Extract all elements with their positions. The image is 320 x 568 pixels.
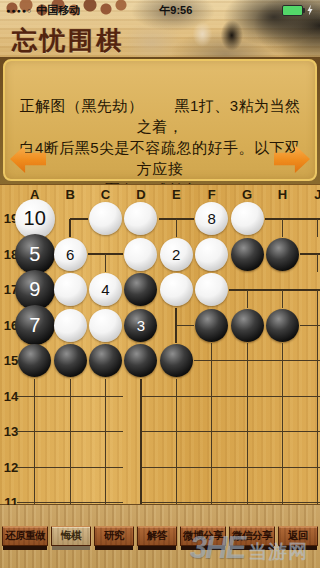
move-number: 10 [24,207,46,230]
point-A16[interactable] [123,414,158,450]
point-E15[interactable] [265,450,300,486]
point-J18[interactable] [88,379,123,415]
point-E16[interactable] [265,414,300,450]
toolbar-button-back[interactable]: 返回 [278,526,318,546]
column-label-E: E [159,188,194,202]
point-H17[interactable] [52,414,87,450]
toolbar-button-answer[interactable]: 解答 [137,526,177,546]
row-label-13: 13 [0,414,22,450]
point-J17[interactable] [88,414,123,450]
point-F16[interactable] [300,414,320,450]
stone-A16: 7 [15,305,55,345]
stone-G18 [231,238,264,271]
column-label-C: C [88,188,123,202]
stone-H18 [266,238,299,271]
point-A18[interactable] [159,308,194,344]
point-F15[interactable] [300,450,320,486]
point-B16[interactable] [159,414,194,450]
point-B15[interactable] [159,450,194,486]
carrier-label: 中国移动 [36,3,80,18]
stone-C15 [89,344,122,377]
stone-F16 [195,309,228,342]
point-D16[interactable] [229,414,264,450]
point-C15[interactable] [194,450,229,486]
move-number: 7 [29,314,40,337]
stone-F17 [195,273,228,306]
point-D19[interactable] [300,201,320,237]
column-label-B: B [52,188,87,202]
stone-A15 [18,344,51,377]
point-D15[interactable] [229,450,264,486]
point-F14[interactable] [300,485,320,505]
row-label-11: 11 [0,485,22,505]
commentary-line-1: 正解图（黑先劫） 黑1打、3粘为当然之着， [13,95,307,137]
point-A15[interactable] [123,450,158,486]
point-C17[interactable] [194,379,229,415]
signal-strength-icon: ●●●●○ [6,7,32,14]
toolbar-button-research[interactable]: 研究 [94,526,134,546]
column-label-F: F [194,188,229,202]
point-H18[interactable] [52,379,87,415]
status-bar: ●●●●○ 中国移动 午9:56 [0,0,320,20]
column-label-J: J [300,188,320,202]
point-B18[interactable] [300,308,320,344]
point-G17[interactable] [17,414,52,450]
point-C14[interactable] [194,485,229,505]
row-label-14: 14 [0,379,22,415]
point-D18[interactable] [229,343,264,379]
point-E18[interactable] [265,343,300,379]
stone-A18: 5 [15,234,55,274]
stone-E18: 2 [160,238,193,271]
point-J15[interactable] [88,485,123,505]
go-board[interactable]: ABCDEFGHJ 191817161514131211 1085629473 [0,184,320,505]
point-A17[interactable] [123,379,158,415]
stone-E15 [160,344,193,377]
toolbar-button-wechat-share[interactable]: 微信分享 [229,526,275,546]
stone-H16 [266,309,299,342]
point-G16[interactable] [17,450,52,486]
point-F19[interactable] [300,237,320,273]
stone-G19 [231,202,264,235]
point-G19[interactable] [229,272,264,308]
point-J19[interactable] [300,272,320,308]
toolbar-button-restore-redo[interactable]: 还原重做 [2,526,48,546]
stone-G16 [231,309,264,342]
row-label-12: 12 [0,450,22,486]
point-F17[interactable] [300,379,320,415]
stone-D15 [124,344,157,377]
move-number: 4 [101,281,109,298]
stone-C19 [89,202,122,235]
point-E17[interactable] [265,379,300,415]
point-H15[interactable] [52,485,87,505]
stone-F19: 8 [195,202,228,235]
point-C19[interactable] [265,201,300,237]
comment-panel: 正解图（黑先劫） 黑1打、3粘为当然之着， 白4断后黑5尖是不容疏忽的好手。以下… [3,59,317,181]
comment-panel-wrap: 正解图（黑先劫） 黑1打、3粘为当然之着， 白4断后黑5尖是不容疏忽的好手。以下… [0,57,320,184]
point-C16[interactable] [194,414,229,450]
move-number: 8 [207,210,215,227]
stone-B15 [54,344,87,377]
point-C18[interactable] [194,343,229,379]
stone-A17: 9 [15,270,55,310]
toolbar-button-weibo-share[interactable]: 微博分享 [180,526,226,546]
stone-D19 [124,202,157,235]
move-number: 9 [29,278,40,301]
column-label-G: G [229,188,264,202]
stone-B16 [54,309,87,342]
point-A14[interactable] [123,485,158,505]
bottom-toolbar: 还原重做悔棋研究解答微博分享微信分享返回 [0,504,320,568]
point-H16[interactable] [52,450,87,486]
board-grid: 1085629473 [17,201,320,505]
point-B19[interactable] [159,201,194,237]
toolbar-button-undo-move[interactable]: 悔棋 [51,526,91,546]
point-G15[interactable] [17,485,52,505]
stone-E17 [160,273,193,306]
point-D17[interactable] [229,379,264,415]
stone-D17 [124,273,157,306]
stone-B18: 6 [54,238,87,271]
stone-C16 [89,309,122,342]
move-number: 3 [137,317,145,334]
column-label-D: D [123,188,158,202]
move-number: 6 [66,246,74,263]
charging-bolt-icon [306,5,314,16]
stone-D18 [124,238,157,271]
point-E19[interactable] [88,237,123,273]
point-F18[interactable] [300,343,320,379]
app-title: 忘忧围棋 [12,24,124,57]
point-B17[interactable] [159,379,194,415]
move-number: 5 [29,243,40,266]
battery-icon [282,5,303,16]
stone-A19: 10 [15,199,55,239]
point-G18[interactable] [17,379,52,415]
point-J16[interactable] [88,450,123,486]
stone-F18 [195,238,228,271]
point-B14[interactable] [159,485,194,505]
point-A19[interactable] [52,201,87,237]
stone-D16: 3 [124,309,157,342]
stone-B17 [54,273,87,306]
column-label-H: H [265,188,300,202]
stone-C17: 4 [89,273,122,306]
move-number: 2 [172,246,180,263]
point-E14[interactable] [265,485,300,505]
point-H19[interactable] [265,272,300,308]
clock-label: 午9:56 [159,3,192,18]
point-D14[interactable] [229,485,264,505]
commentary-line-2: 白4断后黑5尖是不容疏忽的好手。以下双方应接 [13,137,307,179]
